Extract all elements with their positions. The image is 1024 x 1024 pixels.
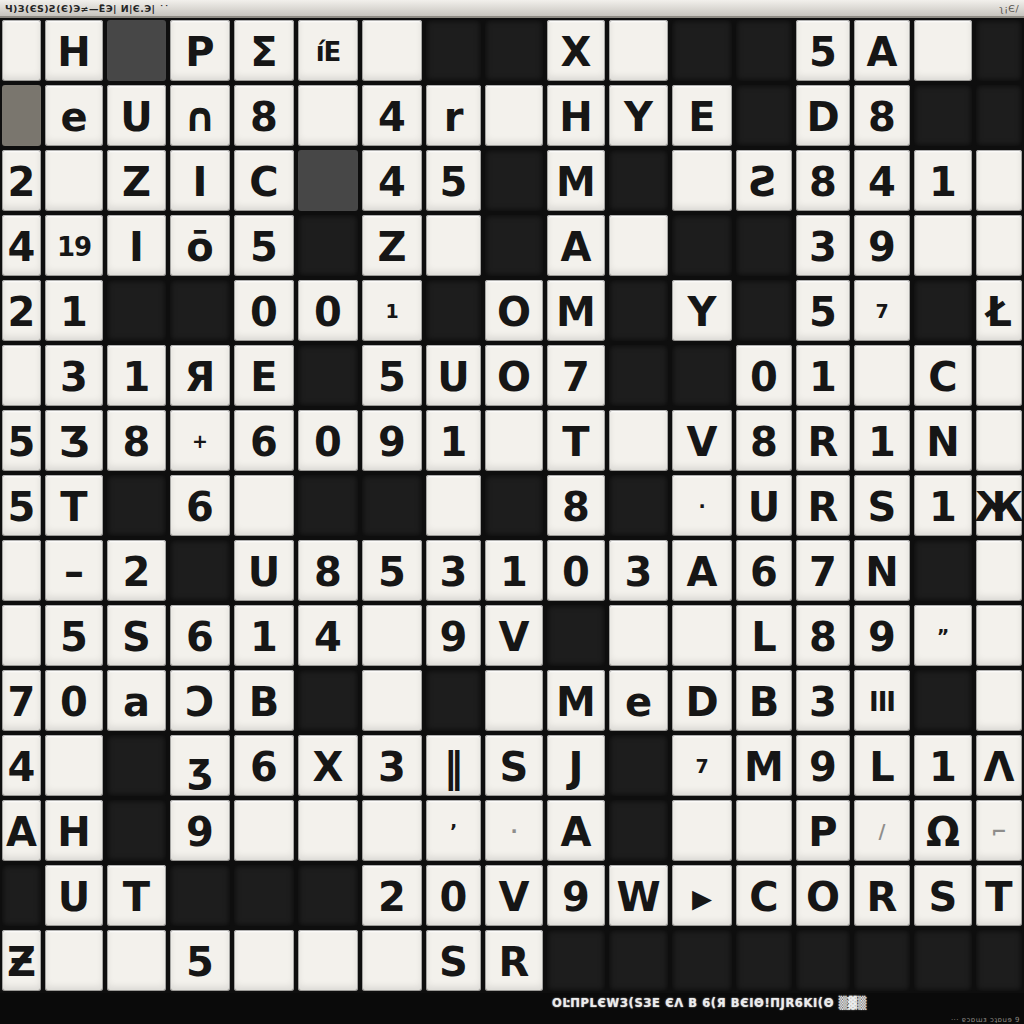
cell-glyph: P — [185, 32, 214, 72]
cell-r14c12[interactable]: ▸ — [672, 865, 732, 926]
cell-r2c5[interactable]: 8 — [234, 85, 294, 146]
cell-r14c3[interactable]: T — [107, 865, 166, 926]
cell-r3c6 — [298, 150, 358, 211]
cell-r8c1[interactable]: 5 — [2, 475, 41, 536]
cell-r6c7[interactable]: 5 — [362, 345, 422, 406]
cell-r12c11 — [609, 735, 668, 796]
cell-glyph: 7 — [875, 302, 888, 321]
cell-r13c14[interactable]: P — [796, 800, 850, 861]
cell-r9c6[interactable]: 8 — [298, 540, 358, 601]
cell-glyph: C — [928, 357, 957, 397]
cell-r2c2[interactable]: e — [45, 85, 103, 146]
cell-r10c11[interactable] — [609, 605, 668, 666]
cell-glyph: + — [192, 432, 208, 451]
cell-r1c11[interactable] — [609, 20, 668, 81]
cell-r14c16[interactable]: S — [914, 865, 972, 926]
cell-r8c13[interactable]: U — [736, 475, 792, 536]
cell-glyph: 4 — [8, 747, 36, 787]
cell-r10c13[interactable]: L — [736, 605, 792, 666]
cell-r10c14[interactable]: 8 — [796, 605, 850, 666]
cell-r11c10[interactable]: M — [547, 670, 605, 731]
cell-r9c10[interactable]: 0 — [547, 540, 605, 601]
cell-r12c7[interactable]: 3 — [362, 735, 422, 796]
cell-r7c1[interactable]: 5 — [2, 410, 41, 471]
cell-r7c12[interactable]: V — [672, 410, 732, 471]
cell-r12c4[interactable]: ʒ — [170, 735, 230, 796]
cell-r13c8[interactable]: ’ — [426, 800, 481, 861]
cell-r6c3[interactable]: 1 — [107, 345, 166, 406]
cell-r10c5[interactable]: 1 — [234, 605, 294, 666]
cell-r4c9 — [485, 215, 543, 276]
cell-r4c2[interactable]: 19 — [45, 215, 103, 276]
cell-r12c15[interactable]: L — [854, 735, 910, 796]
cell-r3c16[interactable]: 1 — [914, 150, 972, 211]
cell-glyph: 8 — [314, 552, 342, 592]
cell-r10c1[interactable] — [2, 605, 41, 666]
cell-r7c3[interactable]: 8 — [107, 410, 166, 471]
cell-r3c15[interactable]: 4 — [854, 150, 910, 211]
cell-r3c8[interactable]: 5 — [426, 150, 481, 211]
cell-r15c17 — [976, 930, 1022, 991]
cell-r14c7[interactable]: 2 — [362, 865, 422, 926]
cell-r11c1[interactable]: 7 — [2, 670, 41, 731]
cell-r1c10[interactable]: X — [547, 20, 605, 81]
cell-r13c17[interactable]: ⌐ — [976, 800, 1022, 861]
cell-glyph: T — [985, 877, 1012, 917]
cell-r1c7[interactable] — [362, 20, 422, 81]
cell-r15c4[interactable]: 5 — [170, 930, 230, 991]
cell-r14c6 — [298, 865, 358, 926]
cell-r2c12[interactable]: E — [672, 85, 732, 146]
cell-r7c7[interactable]: 9 — [362, 410, 422, 471]
cell-glyph: ’ — [450, 822, 457, 841]
cell-r12c8[interactable]: ‖ — [426, 735, 481, 796]
cell-r14c15[interactable]: R — [854, 865, 910, 926]
cell-r8c8[interactable] — [426, 475, 481, 536]
cell-glyph: 19 — [57, 234, 91, 260]
cell-r7c8[interactable]: 1 — [426, 410, 481, 471]
cell-glyph: 0 — [314, 422, 342, 462]
cell-glyph: 4 — [8, 227, 36, 267]
cell-r6c10[interactable]: 7 — [547, 345, 605, 406]
cell-glyph: 6 — [250, 422, 278, 462]
cell-r5c12[interactable]: Y — [672, 280, 732, 341]
cell-r6c16[interactable]: C — [914, 345, 972, 406]
cell-glyph: 1 — [929, 747, 957, 787]
cell-r9c14[interactable]: 7 — [796, 540, 850, 601]
cell-r5c5[interactable]: 0 — [234, 280, 294, 341]
cell-r5c6[interactable]: 0 — [298, 280, 358, 341]
cell-r3c7[interactable]: 4 — [362, 150, 422, 211]
cell-r13c12[interactable] — [672, 800, 732, 861]
bottom-edge-strip: OĿΠPLЄWЗ(ЅЗΕ ЄΛ Β 6(Я ΒЄΙΘ!ΠЈR6ΚΙ(Θ ▒▓▒ … — [0, 993, 1024, 1024]
cell-glyph: 9 — [378, 422, 406, 462]
cell-r6c5[interactable]: E — [234, 345, 294, 406]
cell-r10c8[interactable]: 9 — [426, 605, 481, 666]
cell-glyph: U — [58, 877, 90, 917]
cell-r4c8[interactable] — [426, 215, 481, 276]
cell-r13c9[interactable]: · — [485, 800, 543, 861]
cell-r15c7[interactable] — [362, 930, 422, 991]
cell-r8c14[interactable]: R — [796, 475, 850, 536]
cell-r7c13[interactable]: 8 — [736, 410, 792, 471]
cell-r6c11 — [609, 345, 668, 406]
cell-r1c9 — [485, 20, 543, 81]
cell-glyph: 6 — [250, 747, 278, 787]
cell-r8c16[interactable]: 1 — [914, 475, 972, 536]
cell-r14c8[interactable]: 0 — [426, 865, 481, 926]
cell-r13c16[interactable]: Ω — [914, 800, 972, 861]
cell-r4c10[interactable]: A — [547, 215, 605, 276]
cell-r2c3[interactable]: U — [107, 85, 166, 146]
cell-r3c10[interactable]: M — [547, 150, 605, 211]
cell-glyph: Z — [122, 162, 151, 202]
cell-r7c9[interactable] — [485, 410, 543, 471]
cell-r6c4[interactable]: Я — [170, 345, 230, 406]
cell-glyph: 7 — [8, 682, 36, 722]
cell-glyph: X — [313, 747, 344, 787]
cell-r6c13[interactable]: 0 — [736, 345, 792, 406]
cell-r14c14[interactable]: O — [796, 865, 850, 926]
cell-r2c9[interactable] — [485, 85, 543, 146]
cell-r8c2[interactable]: T — [45, 475, 103, 536]
cell-glyph: III — [869, 689, 895, 715]
cell-glyph: 1 — [250, 617, 278, 657]
cell-r6c9[interactable]: O — [485, 345, 543, 406]
cell-r12c16[interactable]: 1 — [914, 735, 972, 796]
cell-glyph: 8 — [868, 97, 896, 137]
cell-r8c10[interactable]: 8 — [547, 475, 605, 536]
cell-r7c16[interactable]: N — [914, 410, 972, 471]
cell-r14c2[interactable]: U — [45, 865, 103, 926]
cell-r1c2[interactable]: H — [45, 20, 103, 81]
cell-r6c17[interactable] — [976, 345, 1022, 406]
cell-glyph: e — [60, 97, 87, 137]
cell-r14c13[interactable]: C — [736, 865, 792, 926]
cell-r5c7[interactable]: 1 — [362, 280, 422, 341]
cell-r15c14 — [796, 930, 850, 991]
cell-r4c3[interactable]: I — [107, 215, 166, 276]
cell-r1c15[interactable]: A — [854, 20, 910, 81]
cell-r9c9[interactable]: 1 — [485, 540, 543, 601]
cell-r4c14[interactable]: 3 — [796, 215, 850, 276]
cell-r13c6[interactable] — [298, 800, 358, 861]
cell-r5c1[interactable]: 2 — [2, 280, 41, 341]
cell-r1c1[interactable] — [2, 20, 41, 81]
cell-glyph: Ƨ — [750, 162, 779, 202]
cell-glyph: 0 — [562, 552, 590, 592]
cell-r12c1[interactable]: 4 — [2, 735, 41, 796]
cell-glyph: 1 — [929, 162, 957, 202]
cell-r7c11[interactable] — [609, 410, 668, 471]
cell-glyph: ” — [937, 627, 950, 646]
cell-glyph: V — [687, 422, 718, 462]
cell-r9c11[interactable]: 3 — [609, 540, 668, 601]
cell-glyph: 4 — [378, 97, 406, 137]
cell-r7c4[interactable]: + — [170, 410, 230, 471]
cell-r8c12[interactable]: · — [672, 475, 732, 536]
cell-glyph: 8 — [809, 617, 837, 657]
cell-r14c10[interactable]: 9 — [547, 865, 605, 926]
cell-r4c1[interactable]: 4 — [2, 215, 41, 276]
cell-r1c6[interactable]: íE — [298, 20, 358, 81]
cell-r1c14[interactable]: 5 — [796, 20, 850, 81]
cell-r7c17[interactable] — [976, 410, 1022, 471]
cell-r13c4[interactable]: 9 — [170, 800, 230, 861]
cell-glyph: 9 — [809, 747, 837, 787]
cell-r1c12 — [672, 20, 732, 81]
cell-r9c13[interactable]: 6 — [736, 540, 792, 601]
cell-r15c6[interactable] — [298, 930, 358, 991]
cell-glyph: M — [556, 162, 596, 202]
cell-r5c10[interactable]: M — [547, 280, 605, 341]
cell-glyph: 1 — [500, 552, 528, 592]
cell-r12c2[interactable] — [45, 735, 103, 796]
cell-r14c17[interactable]: T — [976, 865, 1022, 926]
cell-r12c9[interactable]: S — [485, 735, 543, 796]
cell-r4c4[interactable]: ō — [170, 215, 230, 276]
cell-glyph: 6 — [186, 617, 214, 657]
bottom-caption-text: OĿΠPLЄWЗ(ЅЗΕ ЄΛ Β 6(Я ΒЄΙΘ!ΠЈR6ΚΙ(Θ ▒▓▒ — [552, 996, 867, 1011]
cell-r7c14[interactable]: R — [796, 410, 850, 471]
cell-r13c11 — [609, 800, 668, 861]
cell-r9c1[interactable] — [2, 540, 41, 601]
cell-r4c15[interactable]: 9 — [854, 215, 910, 276]
cell-r5c17[interactable]: Ł — [976, 280, 1022, 341]
cell-r8c17[interactable]: Ж — [976, 475, 1022, 536]
cell-r10c16[interactable]: ” — [914, 605, 972, 666]
cell-r4c17[interactable] — [976, 215, 1022, 276]
cell-r10c17[interactable] — [976, 605, 1022, 666]
cell-r10c10 — [547, 605, 605, 666]
cell-r7c10[interactable]: T — [547, 410, 605, 471]
cell-r6c15[interactable] — [854, 345, 910, 406]
cell-r1c5[interactable]: Ʃ — [234, 20, 294, 81]
cell-r2c14[interactable]: D — [796, 85, 850, 146]
cell-r12c13[interactable]: M — [736, 735, 792, 796]
cell-r9c5[interactable]: U — [234, 540, 294, 601]
cell-r6c12 — [672, 345, 732, 406]
cell-r11c11[interactable]: e — [609, 670, 668, 731]
cell-r3c12[interactable] — [672, 150, 732, 211]
bottom-caption-subtext: ··· ɐɔɒɯɜ ɔʇɒuɘ 9 — [951, 1016, 1020, 1024]
cell-r11c12[interactable]: D — [672, 670, 732, 731]
cell-r15c1[interactable]: Ƶ — [2, 930, 41, 991]
cell-glyph: r — [444, 97, 464, 137]
cell-r12c10[interactable]: J — [547, 735, 605, 796]
cell-r6c1[interactable] — [2, 345, 41, 406]
cell-r5c14[interactable]: 5 — [796, 280, 850, 341]
cell-r15c8[interactable]: S — [426, 930, 481, 991]
cell-glyph: Ɔ — [185, 682, 214, 722]
cell-glyph: Y — [624, 97, 653, 137]
cell-r12c6[interactable]: X — [298, 735, 358, 796]
cell-glyph: I — [129, 227, 144, 267]
cell-r15c2[interactable] — [45, 930, 103, 991]
cell-r11c17[interactable] — [976, 670, 1022, 731]
cell-r3c11 — [609, 150, 668, 211]
cell-r9c3[interactable]: 2 — [107, 540, 166, 601]
cell-r8c15[interactable]: S — [854, 475, 910, 536]
cell-r4c11[interactable] — [609, 215, 668, 276]
cell-glyph: ▸ — [692, 877, 712, 917]
cell-glyph: Ω — [926, 812, 960, 852]
cell-r13c3 — [107, 800, 166, 861]
cell-r15c15 — [854, 930, 910, 991]
cell-r7c6[interactable]: 0 — [298, 410, 358, 471]
cell-r10c7[interactable] — [362, 605, 422, 666]
cell-glyph: 5 — [378, 552, 406, 592]
cell-r3c9 — [485, 150, 543, 211]
cell-r11c5[interactable]: B — [234, 670, 294, 731]
cell-r5c9[interactable]: O — [485, 280, 543, 341]
cell-r9c16 — [914, 540, 972, 601]
cell-r5c16 — [914, 280, 972, 341]
cell-r13c13[interactable] — [736, 800, 792, 861]
cell-r9c8[interactable]: 3 — [426, 540, 481, 601]
cell-glyph: 1 — [60, 292, 88, 332]
cell-r15c5[interactable] — [234, 930, 294, 991]
cell-r3c1[interactable]: 2 — [2, 150, 41, 211]
cell-r3c14[interactable]: 8 — [796, 150, 850, 211]
cell-r10c4[interactable]: 6 — [170, 605, 230, 666]
cell-r9c17[interactable] — [976, 540, 1022, 601]
cell-r6c14[interactable]: 1 — [796, 345, 850, 406]
cell-glyph: 4 — [868, 162, 896, 202]
cell-r10c3[interactable]: S — [107, 605, 166, 666]
cell-r2c4[interactable]: ∩ — [170, 85, 230, 146]
cell-r9c12[interactable]: A — [672, 540, 732, 601]
cell-r3c13[interactable]: Ƨ — [736, 150, 792, 211]
cell-r11c13[interactable]: B — [736, 670, 792, 731]
cell-r10c9[interactable]: V — [485, 605, 543, 666]
cell-glyph: R — [499, 942, 530, 982]
cell-r7c5[interactable]: 6 — [234, 410, 294, 471]
cell-r3c5[interactable]: C — [234, 150, 294, 211]
cell-r6c2[interactable]: 3 — [45, 345, 103, 406]
cell-glyph: T — [60, 487, 87, 527]
cell-glyph: S — [500, 747, 529, 787]
cell-glyph: 7 — [809, 552, 837, 592]
cell-r5c15[interactable]: 7 — [854, 280, 910, 341]
cell-r1c4[interactable]: P — [170, 20, 230, 81]
cell-r2c6[interactable] — [298, 85, 358, 146]
cell-r2c13 — [736, 85, 792, 146]
cell-r13c7[interactable] — [362, 800, 422, 861]
cell-r8c6 — [298, 475, 358, 536]
cell-r9c2[interactable]: – — [45, 540, 103, 601]
cell-r12c17[interactable]: Λ — [976, 735, 1022, 796]
cell-r12c12[interactable]: 7 — [672, 735, 732, 796]
cell-glyph: R — [808, 487, 839, 527]
cell-r11c8 — [426, 670, 481, 731]
cell-glyph: 0 — [750, 357, 778, 397]
cell-r5c2[interactable]: 1 — [45, 280, 103, 341]
cell-r2c15[interactable]: 8 — [854, 85, 910, 146]
cell-r12c5[interactable]: 6 — [234, 735, 294, 796]
cell-r13c2[interactable]: H — [45, 800, 103, 861]
cell-r8c7 — [362, 475, 422, 536]
cell-glyph: S — [439, 942, 468, 982]
cell-glyph: 5 — [60, 617, 88, 657]
cell-r4c7[interactable]: Z — [362, 215, 422, 276]
cell-r3c4[interactable]: I — [170, 150, 230, 211]
cell-glyph: · — [510, 822, 517, 841]
cell-r3c2[interactable] — [45, 150, 103, 211]
cell-r2c10[interactable]: H — [547, 85, 605, 146]
cell-r3c3[interactable]: Z — [107, 150, 166, 211]
cell-glyph: J — [569, 747, 584, 787]
cell-r7c2[interactable]: Ʒ — [45, 410, 103, 471]
cell-r6c8[interactable]: U — [426, 345, 481, 406]
cell-glyph: / — [879, 822, 886, 841]
cell-r8c5[interactable] — [234, 475, 294, 536]
cell-glyph: O — [497, 292, 531, 332]
cell-r2c7[interactable]: 4 — [362, 85, 422, 146]
cell-r11c2[interactable]: 0 — [45, 670, 103, 731]
cell-glyph: V — [499, 877, 530, 917]
cell-r15c9[interactable]: R — [485, 930, 543, 991]
top-edge-strip: Ч)З(ЄЅ)Ƨ(Є)Э≠—ЁЭ| И|Є.Э| ˙˙ ʅ¡Є/ — [0, 0, 1024, 18]
cell-r11c15[interactable]: III — [854, 670, 910, 731]
cell-r10c15[interactable]: 9 — [854, 605, 910, 666]
cell-r4c5[interactable]: 5 — [234, 215, 294, 276]
cell-r10c6[interactable]: 4 — [298, 605, 358, 666]
cell-glyph: 3 — [60, 357, 88, 397]
cell-r9c15[interactable]: N — [854, 540, 910, 601]
cell-r1c16[interactable] — [914, 20, 972, 81]
cell-r7c15[interactable]: 1 — [854, 410, 910, 471]
cell-glyph: M — [556, 292, 596, 332]
cell-r10c2[interactable]: 5 — [45, 605, 103, 666]
cell-glyph: ō — [186, 227, 213, 267]
cell-r8c4[interactable]: 6 — [170, 475, 230, 536]
cell-r4c16[interactable] — [914, 215, 972, 276]
cell-glyph: U — [748, 487, 780, 527]
cell-r13c10[interactable]: A — [547, 800, 605, 861]
cell-r14c11[interactable]: W — [609, 865, 668, 926]
cell-r11c3[interactable]: a — [107, 670, 166, 731]
cell-glyph: M — [744, 747, 784, 787]
cell-r8c11 — [609, 475, 668, 536]
cell-r11c7[interactable] — [362, 670, 422, 731]
cell-r11c14[interactable]: 3 — [796, 670, 850, 731]
cell-glyph: 3 — [378, 747, 406, 787]
cell-r10c12[interactable] — [672, 605, 732, 666]
cell-r14c1 — [2, 865, 41, 926]
cell-r2c8[interactable]: r — [426, 85, 481, 146]
cell-r3c17[interactable] — [976, 150, 1022, 211]
cell-r14c9[interactable]: V — [485, 865, 543, 926]
cell-r15c3[interactable] — [107, 930, 166, 991]
cell-r1c17 — [976, 20, 1022, 81]
cell-glyph: O — [497, 357, 531, 397]
cell-r13c1[interactable]: A — [2, 800, 41, 861]
cell-r11c4[interactable]: Ɔ — [170, 670, 230, 731]
cell-r12c14[interactable]: 9 — [796, 735, 850, 796]
cell-glyph: A — [561, 227, 592, 267]
cell-r11c9[interactable] — [485, 670, 543, 731]
cell-r1c3 — [107, 20, 166, 81]
cell-glyph: 1 — [123, 357, 151, 397]
cell-r13c15[interactable]: / — [854, 800, 910, 861]
cell-r2c11[interactable]: Y — [609, 85, 668, 146]
cell-r9c7[interactable]: 5 — [362, 540, 422, 601]
cell-r5c11 — [609, 280, 668, 341]
cell-glyph: · — [698, 497, 705, 516]
cell-glyph: 3 — [809, 682, 837, 722]
cell-r13c5[interactable] — [234, 800, 294, 861]
